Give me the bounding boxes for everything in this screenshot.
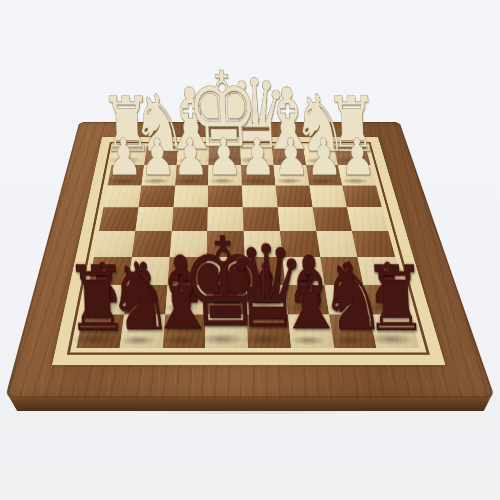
square-h4 (99, 207, 138, 231)
square-a8: ♜ (370, 315, 420, 348)
chess-board: ♜♞♝♚♛♝♞♜♟♟♟♟♟♟♟♟♟♟♟♟♟♟♟♟♜♞♝♚♛♝♞♜ (5, 122, 495, 398)
white-pawn: ♟ (239, 132, 276, 183)
white-pawn: ♟ (272, 132, 309, 183)
square-f3 (173, 185, 208, 207)
white-pawn: ♟ (139, 132, 176, 183)
black-rook: ♜ (362, 255, 428, 345)
board-squares: ♜♞♝♚♛♝♞♜♟♟♟♟♟♟♟♟♟♟♟♟♟♟♟♟♜♞♝♚♛♝♞♜ (77, 146, 420, 348)
white-pawn: ♟ (306, 132, 343, 183)
board-perspective-wrapper: ♜♞♝♚♛♝♞♜♟♟♟♟♟♟♟♟♟♟♟♟♟♟♟♟♜♞♝♚♛♝♞♜ (0, 0, 500, 500)
square-f2: ♟ (175, 165, 209, 185)
white-pawn: ♟ (172, 132, 209, 183)
white-pawn: ♟ (105, 132, 142, 183)
square-a4 (347, 207, 388, 231)
square-b3 (309, 185, 347, 207)
square-a3 (342, 185, 381, 207)
square-c3 (275, 185, 312, 207)
white-pawn: ♟ (339, 132, 376, 183)
square-g2: ♟ (141, 165, 176, 185)
square-a2: ♟ (338, 165, 376, 185)
board-maple-border: ♜♞♝♚♛♝♞♜♟♟♟♟♟♟♟♟♟♟♟♟♟♟♟♟♜♞♝♚♛♝♞♜ (52, 137, 445, 365)
square-c2: ♟ (273, 165, 308, 185)
square-h2: ♟ (108, 165, 144, 185)
white-pawn: ♟ (205, 132, 242, 183)
square-e2: ♟ (208, 165, 242, 185)
square-b2: ♟ (306, 165, 343, 185)
product-photo: ♜♞♝♚♛♝♞♜♟♟♟♟♟♟♟♟♟♟♟♟♟♟♟♟♜♞♝♚♛♝♞♜ (0, 0, 500, 500)
square-e3 (208, 185, 243, 207)
square-h3 (104, 185, 142, 207)
square-d3 (242, 185, 278, 207)
square-g4 (135, 207, 173, 231)
square-d2: ♟ (241, 165, 275, 185)
square-g3 (138, 185, 174, 207)
square-b4 (312, 207, 352, 231)
